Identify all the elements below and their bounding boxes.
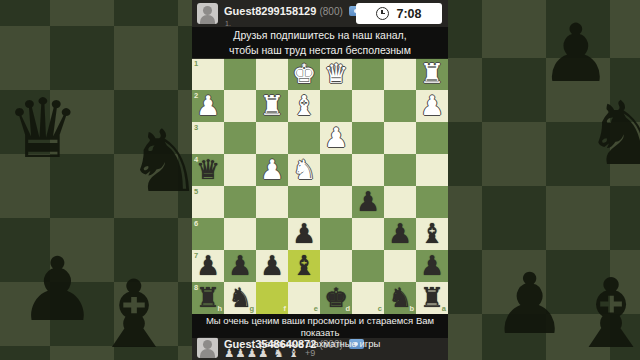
black-pawn-b6: ♟ — [384, 218, 416, 250]
file-label-f: f — [284, 304, 287, 313]
square-f1[interactable] — [256, 58, 288, 90]
rank-label-7: 7 — [194, 251, 198, 260]
square-d8[interactable]: d♚ — [320, 282, 352, 314]
white-pawn-f4: ♟ — [256, 154, 288, 186]
black-pawn-e6: ♟ — [288, 218, 320, 250]
opponent-rating: (800) — [319, 6, 342, 17]
file-label-e: e — [314, 304, 318, 313]
white-pawn-d3: ♟ — [320, 122, 352, 154]
square-g1[interactable] — [224, 58, 256, 90]
square-c8[interactable]: c — [352, 282, 384, 314]
rank-label-1: 1 — [194, 59, 198, 68]
square-h8[interactable]: 8h♜ — [192, 282, 224, 314]
square-e7[interactable]: ♝ — [288, 250, 320, 282]
game-column: Guest8299158129 (800) 1. 7:08 Друзья под… — [192, 0, 448, 360]
square-h2[interactable]: 2♟ — [192, 90, 224, 122]
square-e1[interactable]: ♚ — [288, 58, 320, 90]
white-bishop-e2: ♝ — [288, 90, 320, 122]
white-rook-f2: ♜ — [256, 90, 288, 122]
file-label-h: h — [217, 304, 222, 313]
square-d2[interactable] — [320, 90, 352, 122]
square-g7[interactable]: ♟ — [224, 250, 256, 282]
square-a2[interactable]: ♟ — [416, 90, 448, 122]
white-queen-d1: ♛ — [320, 58, 352, 90]
file-label-a: a — [442, 304, 446, 313]
square-e5[interactable] — [288, 186, 320, 218]
square-g6[interactable] — [224, 218, 256, 250]
square-f8[interactable]: f — [256, 282, 288, 314]
square-g5[interactable] — [224, 186, 256, 218]
square-e6[interactable]: ♟ — [288, 218, 320, 250]
opponent-name[interactable]: Guest8299158129 (800) — [224, 5, 364, 17]
white-king-e1: ♚ — [288, 58, 320, 90]
square-b4[interactable] — [384, 154, 416, 186]
black-bishop-e7: ♝ — [288, 250, 320, 282]
rank-label-5: 5 — [194, 187, 198, 196]
rank-label-6: 6 — [194, 219, 198, 228]
opponent-clock: 7:08 — [356, 3, 442, 24]
square-b8[interactable]: b♞ — [384, 282, 416, 314]
square-e4[interactable]: ♞ — [288, 154, 320, 186]
white-pawn-a2: ♟ — [416, 90, 448, 122]
square-h5[interactable]: 5 — [192, 186, 224, 218]
square-b2[interactable] — [384, 90, 416, 122]
square-a8[interactable]: a♜ — [416, 282, 448, 314]
rank-label-2: 2 — [194, 91, 198, 100]
square-d4[interactable] — [320, 154, 352, 186]
square-d7[interactable] — [320, 250, 352, 282]
square-c5[interactable]: ♟ — [352, 186, 384, 218]
chess-board[interactable]: 1♚♛♜2♟♜♝♟3♟4♛♟♞5♟6♟♟♝7♟♟♟♝♟8h♜g♞fed♚cb♞a… — [192, 58, 448, 314]
square-b7[interactable] — [384, 250, 416, 282]
square-a3[interactable] — [416, 122, 448, 154]
square-c1[interactable] — [352, 58, 384, 90]
square-g2[interactable] — [224, 90, 256, 122]
square-f3[interactable] — [256, 122, 288, 154]
square-c4[interactable] — [352, 154, 384, 186]
square-d6[interactable] — [320, 218, 352, 250]
rank-label-3: 3 — [194, 123, 198, 132]
black-pawn-f7: ♟ — [256, 250, 288, 282]
file-label-g: g — [249, 304, 254, 313]
rank-label-4: 4 — [194, 155, 198, 164]
banner-line: чтобы наш труд нестал бесполезным — [192, 43, 448, 58]
square-h3[interactable]: 3 — [192, 122, 224, 154]
square-g8[interactable]: g♞ — [224, 282, 256, 314]
banner-line: Друзья подпишитесь на наш канал, — [192, 28, 448, 43]
square-e8[interactable]: e — [288, 282, 320, 314]
file-label-c: c — [378, 304, 382, 313]
square-a7[interactable]: ♟ — [416, 250, 448, 282]
square-f6[interactable] — [256, 218, 288, 250]
square-h7[interactable]: 7♟ — [192, 250, 224, 282]
square-c2[interactable] — [352, 90, 384, 122]
opponent-bar: Guest8299158129 (800) 1. 7:08 — [192, 0, 448, 27]
square-c7[interactable] — [352, 250, 384, 282]
square-h6[interactable]: 6 — [192, 218, 224, 250]
square-d5[interactable] — [320, 186, 352, 218]
material-advantage: +9 — [305, 348, 315, 358]
white-rook-a1: ♜ — [416, 58, 448, 90]
square-c6[interactable] — [352, 218, 384, 250]
white-knight-e4: ♞ — [288, 154, 320, 186]
file-label-b: b — [409, 304, 414, 313]
square-e3[interactable] — [288, 122, 320, 154]
black-pawn-a7: ♟ — [416, 250, 448, 282]
square-b6[interactable]: ♟ — [384, 218, 416, 250]
square-h1[interactable]: 1 — [192, 58, 224, 90]
square-b1[interactable] — [384, 58, 416, 90]
square-c3[interactable] — [352, 122, 384, 154]
square-f7[interactable]: ♟ — [256, 250, 288, 282]
rank-label-8: 8 — [194, 283, 198, 292]
banner-line: Мы очень ценим ваши просмотры и стараемс… — [192, 315, 448, 338]
square-a5[interactable] — [416, 186, 448, 218]
file-label-d: d — [345, 304, 350, 313]
square-d1[interactable]: ♛ — [320, 58, 352, 90]
square-b5[interactable] — [384, 186, 416, 218]
banner-line: реальные шахматные игры — [192, 338, 448, 350]
channel-banner-bottom: Мы очень ценим ваши просмотры и стараемс… — [192, 314, 448, 338]
black-bishop-a6: ♝ — [416, 218, 448, 250]
square-g4[interactable] — [224, 154, 256, 186]
square-f4[interactable]: ♟ — [256, 154, 288, 186]
square-b3[interactable] — [384, 122, 416, 154]
square-a4[interactable] — [416, 154, 448, 186]
square-f5[interactable] — [256, 186, 288, 218]
square-h4[interactable]: 4♛ — [192, 154, 224, 186]
channel-banner-top: Друзья подпишитесь на наш канал, чтобы н… — [192, 27, 448, 59]
avatar[interactable] — [197, 3, 218, 24]
square-g3[interactable] — [224, 122, 256, 154]
square-d3[interactable]: ♟ — [320, 122, 352, 154]
square-a6[interactable]: ♝ — [416, 218, 448, 250]
square-f2[interactable]: ♜ — [256, 90, 288, 122]
square-e2[interactable]: ♝ — [288, 90, 320, 122]
clock-icon — [376, 7, 389, 20]
background-dim-right — [448, 0, 640, 360]
black-pawn-g7: ♟ — [224, 250, 256, 282]
move-list: 1. — [225, 20, 231, 27]
black-pawn-c5: ♟ — [352, 186, 384, 218]
chess-app-screenshot: ♛♞♟♝♟♞♟♝ Guest8299158129 (800) 1. 7:08 Д… — [0, 0, 640, 360]
square-a1[interactable]: ♜ — [416, 58, 448, 90]
background-dim-left — [0, 0, 192, 360]
